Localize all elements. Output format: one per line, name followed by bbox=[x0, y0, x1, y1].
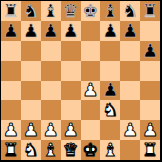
white-pawn[interactable]: ♟ bbox=[23, 121, 39, 139]
square-g7[interactable]: ♟ bbox=[120, 21, 140, 41]
square-a8[interactable]: ♜ bbox=[1, 1, 21, 21]
square-e8[interactable]: ♚ bbox=[81, 1, 101, 21]
square-h4[interactable] bbox=[140, 81, 160, 101]
square-h2[interactable]: ♟ bbox=[140, 120, 160, 140]
square-g3[interactable] bbox=[120, 100, 140, 120]
black-pawn[interactable]: ♟ bbox=[102, 81, 118, 99]
white-pawn[interactable]: ♟ bbox=[142, 121, 158, 139]
square-c5[interactable] bbox=[41, 61, 61, 81]
white-bishop[interactable]: ♝ bbox=[43, 141, 59, 159]
square-h5[interactable] bbox=[140, 61, 160, 81]
black-pawn[interactable]: ♟ bbox=[142, 41, 158, 59]
square-c2[interactable]: ♟ bbox=[41, 120, 61, 140]
black-rook[interactable]: ♜ bbox=[142, 1, 158, 19]
square-e3[interactable] bbox=[81, 100, 101, 120]
square-c8[interactable]: ♝ bbox=[41, 1, 61, 21]
square-d4[interactable] bbox=[61, 81, 81, 101]
square-b6[interactable] bbox=[21, 41, 41, 61]
black-pawn[interactable]: ♟ bbox=[122, 21, 138, 39]
square-d6[interactable] bbox=[61, 41, 81, 61]
black-pawn[interactable]: ♟ bbox=[43, 21, 59, 39]
white-knight[interactable]: ♞ bbox=[102, 101, 118, 119]
square-b5[interactable] bbox=[21, 61, 41, 81]
square-c7[interactable]: ♟ bbox=[41, 21, 61, 41]
square-b3[interactable] bbox=[21, 100, 41, 120]
square-f8[interactable]: ♝ bbox=[100, 1, 120, 21]
white-knight[interactable]: ♞ bbox=[23, 141, 39, 159]
square-a4[interactable] bbox=[1, 81, 21, 101]
square-c6[interactable] bbox=[41, 41, 61, 61]
square-b8[interactable]: ♞ bbox=[21, 1, 41, 21]
white-pawn[interactable]: ♟ bbox=[62, 121, 78, 139]
square-f6[interactable] bbox=[100, 41, 120, 61]
black-queen[interactable]: ♛ bbox=[62, 1, 78, 19]
square-b4[interactable] bbox=[21, 81, 41, 101]
black-pawn[interactable]: ♟ bbox=[23, 21, 39, 39]
square-g4[interactable] bbox=[120, 81, 140, 101]
square-a6[interactable] bbox=[1, 41, 21, 61]
square-h3[interactable] bbox=[140, 100, 160, 120]
white-rook[interactable]: ♜ bbox=[3, 141, 19, 159]
black-bishop[interactable]: ♝ bbox=[102, 1, 118, 19]
square-h7[interactable] bbox=[140, 21, 160, 41]
square-b1[interactable]: ♞ bbox=[21, 140, 41, 160]
square-d3[interactable] bbox=[61, 100, 81, 120]
square-h1[interactable]: ♜ bbox=[140, 140, 160, 160]
square-h8[interactable]: ♜ bbox=[140, 1, 160, 21]
white-pawn[interactable]: ♟ bbox=[3, 121, 19, 139]
square-f3[interactable]: ♞ bbox=[100, 100, 120, 120]
black-rook[interactable]: ♜ bbox=[3, 1, 19, 19]
square-b7[interactable]: ♟ bbox=[21, 21, 41, 41]
white-rook[interactable]: ♜ bbox=[142, 141, 158, 159]
white-queen[interactable]: ♛ bbox=[62, 141, 78, 159]
square-f2[interactable] bbox=[100, 120, 120, 140]
white-king[interactable]: ♚ bbox=[82, 141, 98, 159]
chess-board: ♜♞♝♛♚♝♞♜♟♟♟♟♟♟♟♟♟♞♟♟♟♟♟♟♜♞♝♛♚♝♜ bbox=[1, 1, 160, 160]
black-pawn[interactable]: ♟ bbox=[102, 21, 118, 39]
square-c1[interactable]: ♝ bbox=[41, 140, 61, 160]
black-bishop[interactable]: ♝ bbox=[43, 1, 59, 19]
square-b2[interactable]: ♟ bbox=[21, 120, 41, 140]
square-e1[interactable]: ♚ bbox=[81, 140, 101, 160]
square-a3[interactable] bbox=[1, 100, 21, 120]
square-a1[interactable]: ♜ bbox=[1, 140, 21, 160]
square-c3[interactable] bbox=[41, 100, 61, 120]
square-d7[interactable]: ♟ bbox=[61, 21, 81, 41]
square-e7[interactable] bbox=[81, 21, 101, 41]
square-e4[interactable]: ♟ bbox=[81, 81, 101, 101]
square-e5[interactable] bbox=[81, 61, 101, 81]
square-a2[interactable]: ♟ bbox=[1, 120, 21, 140]
white-bishop[interactable]: ♝ bbox=[102, 141, 118, 159]
square-g2[interactable]: ♟ bbox=[120, 120, 140, 140]
black-pawn[interactable]: ♟ bbox=[3, 21, 19, 39]
square-g5[interactable] bbox=[120, 61, 140, 81]
square-g8[interactable]: ♞ bbox=[120, 1, 140, 21]
square-e6[interactable] bbox=[81, 41, 101, 61]
black-knight[interactable]: ♞ bbox=[122, 1, 138, 19]
black-knight[interactable]: ♞ bbox=[23, 1, 39, 19]
square-d2[interactable]: ♟ bbox=[61, 120, 81, 140]
square-a7[interactable]: ♟ bbox=[1, 21, 21, 41]
white-pawn[interactable]: ♟ bbox=[43, 121, 59, 139]
square-g6[interactable] bbox=[120, 41, 140, 61]
square-h6[interactable]: ♟ bbox=[140, 41, 160, 61]
square-f7[interactable]: ♟ bbox=[100, 21, 120, 41]
square-f5[interactable] bbox=[100, 61, 120, 81]
white-pawn[interactable]: ♟ bbox=[82, 81, 98, 99]
square-a5[interactable] bbox=[1, 61, 21, 81]
black-pawn[interactable]: ♟ bbox=[62, 21, 78, 39]
square-d1[interactable]: ♛ bbox=[61, 140, 81, 160]
square-d8[interactable]: ♛ bbox=[61, 1, 81, 21]
square-c4[interactable] bbox=[41, 81, 61, 101]
square-f1[interactable]: ♝ bbox=[100, 140, 120, 160]
board-frame: ♜♞♝♛♚♝♞♜♟♟♟♟♟♟♟♟♟♞♟♟♟♟♟♟♜♞♝♛♚♝♜ bbox=[0, 0, 162, 162]
square-g1[interactable] bbox=[120, 140, 140, 160]
square-e2[interactable] bbox=[81, 120, 101, 140]
white-pawn[interactable]: ♟ bbox=[122, 121, 138, 139]
square-f4[interactable]: ♟ bbox=[100, 81, 120, 101]
square-d5[interactable] bbox=[61, 61, 81, 81]
black-king[interactable]: ♚ bbox=[82, 1, 98, 19]
